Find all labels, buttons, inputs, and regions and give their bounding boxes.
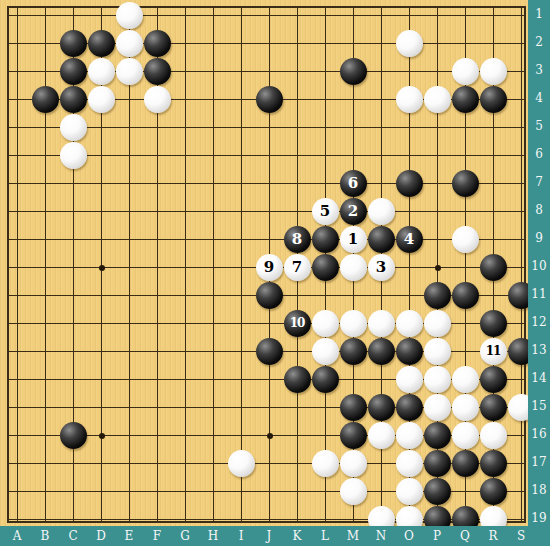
- column-label-Q: Q: [455, 529, 475, 543]
- row-label-14: 14: [529, 371, 549, 385]
- row-label-15: 15: [529, 399, 549, 413]
- stone-black-N9: [368, 226, 395, 253]
- go-board-app: 6528149731011 ABCDEFGHIJKLMNOPQRS1234567…: [0, 0, 550, 546]
- stone-white-E2: [116, 30, 143, 57]
- stone-white-O17: [396, 450, 423, 477]
- stone-white-O4: [396, 86, 423, 113]
- stone-white-R16: [480, 422, 507, 449]
- stone-black-M16: [340, 422, 367, 449]
- row-label-5: 5: [529, 119, 549, 133]
- star-point-D10: [99, 265, 105, 271]
- stone-black-R4: [480, 86, 507, 113]
- row-label-7: 7: [529, 175, 549, 189]
- column-label-B: B: [35, 529, 55, 543]
- stone-white-R13: 11: [480, 338, 507, 365]
- stone-white-J10: 9: [256, 254, 283, 281]
- row-label-8: 8: [529, 203, 549, 217]
- stone-black-K9: 8: [284, 226, 311, 253]
- star-point-P10: [435, 265, 441, 271]
- row-label-11: 11: [529, 287, 549, 301]
- column-label-F: F: [147, 529, 167, 543]
- star-point-J16: [267, 433, 273, 439]
- row-label-18: 18: [529, 483, 549, 497]
- stone-white-O2: [396, 30, 423, 57]
- stone-black-Q11: [452, 282, 479, 309]
- stone-black-K14: [284, 366, 311, 393]
- star-point-D16: [99, 433, 105, 439]
- grid-line-horizontal: [7, 15, 526, 16]
- stone-black-R10: [480, 254, 507, 281]
- stone-black-F2: [144, 30, 171, 57]
- stone-black-R12: [480, 310, 507, 337]
- column-label-G: G: [175, 529, 195, 543]
- row-label-12: 12: [529, 315, 549, 329]
- grid-line-vertical: [45, 6, 46, 523]
- column-label-L: L: [315, 529, 335, 543]
- stone-white-R3: [480, 58, 507, 85]
- column-label-E: E: [119, 529, 139, 543]
- column-label-J: J: [259, 529, 279, 543]
- move-number-label: 6: [348, 170, 358, 197]
- row-label-1: 1: [529, 7, 549, 21]
- stone-white-E3: [116, 58, 143, 85]
- stone-black-O13: [396, 338, 423, 365]
- grid-line-vertical: [17, 6, 18, 523]
- stone-white-L13: [312, 338, 339, 365]
- stone-white-Q14: [452, 366, 479, 393]
- move-number-label: 2: [348, 198, 358, 225]
- stone-white-Q9: [452, 226, 479, 253]
- row-label-10: 10: [529, 259, 549, 273]
- stone-black-Q17: [452, 450, 479, 477]
- row-label-4: 4: [529, 91, 549, 105]
- stone-black-L9: [312, 226, 339, 253]
- stone-white-P4: [424, 86, 451, 113]
- column-label-I: I: [231, 529, 251, 543]
- stone-black-M7: 6: [340, 170, 367, 197]
- column-label-A: A: [7, 529, 27, 543]
- grid-line-horizontal: [7, 211, 526, 212]
- stone-white-O12: [396, 310, 423, 337]
- stone-white-P15: [424, 394, 451, 421]
- stone-black-J13: [256, 338, 283, 365]
- stone-black-M15: [340, 394, 367, 421]
- move-number-label: 11: [486, 338, 501, 365]
- row-label-19: 19: [529, 511, 549, 525]
- grid-line-vertical: [241, 6, 242, 523]
- stone-white-K10: 7: [284, 254, 311, 281]
- grid-line-horizontal: [7, 183, 526, 184]
- grid-line-vertical: [213, 6, 214, 523]
- stone-white-M17: [340, 450, 367, 477]
- stone-black-M13: [340, 338, 367, 365]
- stone-white-M12: [340, 310, 367, 337]
- row-label-17: 17: [529, 455, 549, 469]
- stone-white-D3: [88, 58, 115, 85]
- stone-white-M18: [340, 478, 367, 505]
- stone-black-C2: [60, 30, 87, 57]
- stone-white-P12: [424, 310, 451, 337]
- stone-white-N16: [368, 422, 395, 449]
- row-label-6: 6: [529, 147, 549, 161]
- stone-black-J4: [256, 86, 283, 113]
- stone-white-M9: 1: [340, 226, 367, 253]
- column-label-P: P: [427, 529, 447, 543]
- stone-black-R18: [480, 478, 507, 505]
- stone-white-D4: [88, 86, 115, 113]
- row-label-3: 3: [529, 63, 549, 77]
- stone-black-P17: [424, 450, 451, 477]
- stone-white-Q15: [452, 394, 479, 421]
- column-label-N: N: [371, 529, 391, 543]
- column-label-S: S: [511, 529, 531, 543]
- stone-black-L14: [312, 366, 339, 393]
- stone-white-M10: [340, 254, 367, 281]
- stone-black-C16: [60, 422, 87, 449]
- stone-black-C3: [60, 58, 87, 85]
- column-label-D: D: [91, 529, 111, 543]
- stone-black-P11: [424, 282, 451, 309]
- column-label-H: H: [203, 529, 223, 543]
- stone-black-D2: [88, 30, 115, 57]
- stone-white-Q16: [452, 422, 479, 449]
- go-board[interactable]: 6528149731011: [0, 0, 528, 526]
- column-label-O: O: [399, 529, 419, 543]
- stone-white-F4: [144, 86, 171, 113]
- stone-black-L10: [312, 254, 339, 281]
- stone-white-O14: [396, 366, 423, 393]
- column-label-K: K: [287, 529, 307, 543]
- row-label-2: 2: [529, 35, 549, 49]
- stone-black-O7: [396, 170, 423, 197]
- stone-black-M3: [340, 58, 367, 85]
- column-label-R: R: [483, 529, 503, 543]
- grid-line-vertical: [521, 6, 522, 523]
- stone-white-P14: [424, 366, 451, 393]
- move-number-label: 9: [264, 254, 274, 281]
- move-number-label: 1: [348, 226, 358, 253]
- stone-white-O16: [396, 422, 423, 449]
- stone-black-P16: [424, 422, 451, 449]
- stone-white-E1: [116, 2, 143, 29]
- move-number-label: 8: [292, 226, 302, 253]
- move-number-label: 7: [292, 254, 302, 281]
- stone-black-P18: [424, 478, 451, 505]
- move-number-label: 5: [320, 198, 330, 225]
- move-number-label: 10: [290, 310, 305, 337]
- column-label-C: C: [63, 529, 83, 543]
- stone-white-O18: [396, 478, 423, 505]
- stone-white-C5: [60, 114, 87, 141]
- stone-black-F3: [144, 58, 171, 85]
- stone-black-K12: 10: [284, 310, 311, 337]
- row-label-9: 9: [529, 231, 549, 245]
- row-label-13: 13: [529, 343, 549, 357]
- move-number-label: 4: [404, 226, 414, 253]
- stone-black-B4: [32, 86, 59, 113]
- stone-white-C6: [60, 142, 87, 169]
- stone-black-N13: [368, 338, 395, 365]
- stone-black-Q4: [452, 86, 479, 113]
- stone-black-N15: [368, 394, 395, 421]
- stone-black-M8: 2: [340, 198, 367, 225]
- stone-black-Q7: [452, 170, 479, 197]
- stone-white-N8: [368, 198, 395, 225]
- stone-black-R14: [480, 366, 507, 393]
- stone-white-I17: [228, 450, 255, 477]
- stone-black-O9: 4: [396, 226, 423, 253]
- stone-white-L12: [312, 310, 339, 337]
- column-label-M: M: [343, 529, 363, 543]
- stone-white-P13: [424, 338, 451, 365]
- row-label-16: 16: [529, 427, 549, 441]
- stone-white-L8: 5: [312, 198, 339, 225]
- stone-black-O15: [396, 394, 423, 421]
- move-number-label: 3: [376, 254, 386, 281]
- stone-black-R17: [480, 450, 507, 477]
- grid-line-vertical: [185, 6, 186, 523]
- grid-line-horizontal: [7, 239, 526, 240]
- stone-white-N12: [368, 310, 395, 337]
- stone-white-N10: 3: [368, 254, 395, 281]
- stone-black-C4: [60, 86, 87, 113]
- stone-black-J11: [256, 282, 283, 309]
- stone-white-Q3: [452, 58, 479, 85]
- stone-black-R15: [480, 394, 507, 421]
- stone-white-L17: [312, 450, 339, 477]
